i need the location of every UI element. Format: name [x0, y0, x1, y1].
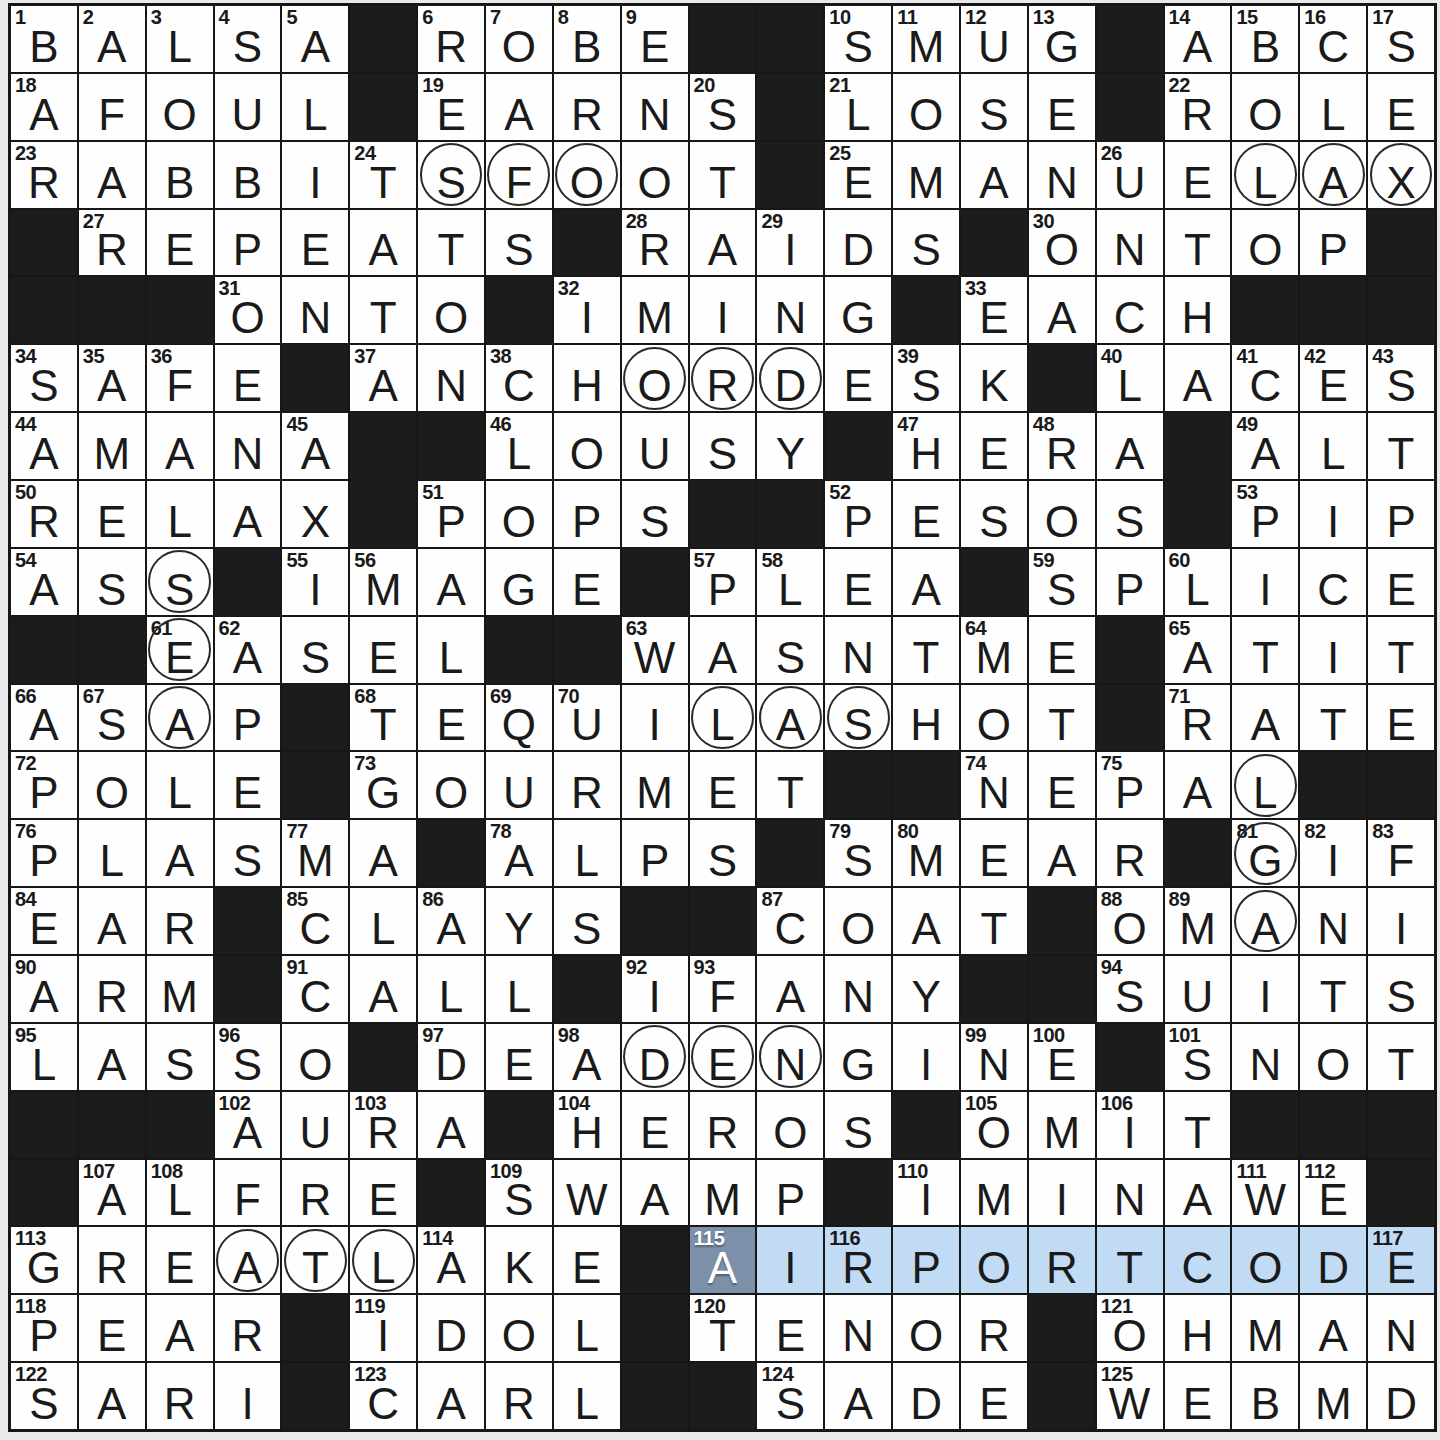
letter-cell[interactable]: G [825, 1024, 891, 1090]
letter-cell[interactable]: E [147, 1227, 213, 1293]
letter-cell[interactable]: 61E [147, 617, 213, 683]
letter-cell[interactable]: T [757, 752, 823, 818]
letter-cell[interactable]: L [554, 1295, 620, 1361]
letter-cell[interactable]: 111W [1232, 1160, 1298, 1226]
letter-cell[interactable]: A [486, 74, 552, 140]
letter-cell[interactable]: 4S [215, 6, 281, 72]
letter-cell[interactable]: A [690, 617, 756, 683]
letter-cell[interactable]: I [1232, 956, 1298, 1022]
letter-cell[interactable]: N [1097, 1160, 1163, 1226]
letter-cell[interactable]: 82I [1300, 820, 1366, 886]
letter-cell[interactable]: 19E [418, 74, 484, 140]
letter-cell[interactable]: 84E [11, 888, 77, 954]
letter-cell[interactable]: X [282, 481, 348, 547]
letter-cell[interactable]: 30O [1029, 210, 1095, 276]
letter-cell[interactable]: 95L [11, 1024, 77, 1090]
letter-cell[interactable]: E [690, 752, 756, 818]
letter-cell[interactable]: D [622, 1024, 688, 1090]
letter-cell[interactable]: 15B [1232, 6, 1298, 72]
letter-cell[interactable]: P [1368, 481, 1434, 547]
letter-cell[interactable]: L [1300, 74, 1366, 140]
letter-cell[interactable]: 88O [1097, 888, 1163, 954]
letter-cell[interactable]: A [1232, 888, 1298, 954]
letter-cell[interactable]: N [1368, 1295, 1434, 1361]
letter-cell[interactable]: U [282, 1092, 348, 1158]
letter-cell[interactable]: E [418, 685, 484, 751]
letter-cell[interactable]: Y [757, 413, 823, 479]
letter-cell[interactable]: O [961, 685, 1027, 751]
letter-cell[interactable]: C [1165, 1227, 1231, 1293]
letter-cell[interactable]: I [1300, 481, 1366, 547]
letter-cell[interactable]: O [961, 1227, 1027, 1293]
letter-cell[interactable]: U [622, 413, 688, 479]
letter-cell[interactable]: N [757, 1024, 823, 1090]
letter-cell[interactable]: T [418, 210, 484, 276]
letter-cell[interactable]: A [825, 1363, 891, 1429]
letter-cell[interactable]: 16C [1300, 6, 1366, 72]
letter-cell[interactable]: A [147, 1295, 213, 1361]
letter-cell[interactable]: 39S [893, 345, 959, 411]
letter-cell[interactable]: E [1029, 752, 1095, 818]
letter-cell[interactable]: 38C [486, 345, 552, 411]
letter-cell[interactable]: E [215, 345, 281, 411]
letter-cell[interactable]: 43S [1368, 345, 1434, 411]
letter-cell[interactable]: N [825, 956, 891, 1022]
letter-cell[interactable]: A [147, 685, 213, 751]
letter-cell[interactable]: S [486, 210, 552, 276]
letter-cell[interactable]: A [893, 549, 959, 615]
letter-cell[interactable]: 78A [486, 820, 552, 886]
letter-cell[interactable]: 48R [1029, 413, 1095, 479]
letter-cell[interactable]: 32I [554, 277, 620, 343]
letter-cell[interactable]: 25E [825, 142, 891, 208]
letter-cell[interactable]: E [825, 345, 891, 411]
letter-cell[interactable]: 65A [1165, 617, 1231, 683]
letter-cell[interactable]: 27R [79, 210, 145, 276]
letter-cell[interactable]: U [486, 752, 552, 818]
letter-cell[interactable]: N [825, 1295, 891, 1361]
letter-cell[interactable]: 13G [1029, 6, 1095, 72]
letter-cell[interactable]: L [1232, 752, 1298, 818]
letter-cell[interactable]: S [961, 74, 1027, 140]
letter-cell[interactable]: S [893, 210, 959, 276]
letter-cell[interactable]: M [1029, 1092, 1095, 1158]
letter-cell[interactable]: T [961, 888, 1027, 954]
letter-cell[interactable]: A [79, 888, 145, 954]
letter-cell[interactable]: A [79, 1024, 145, 1090]
letter-cell[interactable]: R [486, 1363, 552, 1429]
letter-cell[interactable]: 57P [690, 549, 756, 615]
letter-cell[interactable]: 47H [893, 413, 959, 479]
letter-cell[interactable]: 46L [486, 413, 552, 479]
letter-cell[interactable]: 97D [418, 1024, 484, 1090]
letter-cell[interactable]: 26U [1097, 142, 1163, 208]
letter-cell[interactable]: O [486, 1295, 552, 1361]
letter-cell[interactable]: O [1232, 1227, 1298, 1293]
letter-cell[interactable]: O [418, 277, 484, 343]
letter-cell[interactable]: A [418, 549, 484, 615]
letter-cell[interactable]: S [1368, 956, 1434, 1022]
letter-cell[interactable]: E [350, 617, 416, 683]
letter-cell[interactable]: C [1300, 549, 1366, 615]
letter-cell[interactable]: 29I [757, 210, 823, 276]
letter-cell[interactable]: O [418, 752, 484, 818]
letter-cell[interactable]: D [757, 345, 823, 411]
letter-cell[interactable]: E [1165, 142, 1231, 208]
letter-cell[interactable]: 122S [11, 1363, 77, 1429]
letter-cell[interactable]: 31O [215, 277, 281, 343]
letter-cell[interactable]: 54A [11, 549, 77, 615]
letter-cell[interactable]: S [147, 1024, 213, 1090]
letter-cell[interactable]: 124S [757, 1363, 823, 1429]
letter-cell[interactable]: 79S [825, 820, 891, 886]
letter-cell[interactable]: E [961, 820, 1027, 886]
letter-cell[interactable]: 73G [350, 752, 416, 818]
letter-cell[interactable]: E [1368, 549, 1434, 615]
letter-cell[interactable]: W [554, 1160, 620, 1226]
letter-cell[interactable]: N [1232, 1024, 1298, 1090]
letter-cell[interactable]: F [215, 1160, 281, 1226]
letter-cell[interactable]: T [893, 617, 959, 683]
letter-cell[interactable]: R [554, 74, 620, 140]
letter-cell[interactable]: E [1029, 74, 1095, 140]
letter-cell[interactable]: 64M [961, 617, 1027, 683]
letter-cell[interactable]: T [1300, 685, 1366, 751]
letter-cell[interactable]: O [1300, 1024, 1366, 1090]
letter-cell[interactable]: 24T [350, 142, 416, 208]
letter-cell[interactable]: 77M [282, 820, 348, 886]
letter-cell[interactable]: L [1232, 142, 1298, 208]
letter-cell[interactable]: 69Q [486, 685, 552, 751]
letter-cell[interactable]: H [1165, 1295, 1231, 1361]
letter-cell[interactable]: E [690, 1024, 756, 1090]
letter-cell[interactable]: S [690, 820, 756, 886]
letter-cell[interactable]: 63W [622, 617, 688, 683]
letter-cell[interactable]: D [893, 1363, 959, 1429]
letter-cell[interactable]: N [825, 617, 891, 683]
letter-cell[interactable]: H [554, 345, 620, 411]
letter-cell[interactable]: 104H [554, 1092, 620, 1158]
letter-cell[interactable]: 125W [1097, 1363, 1163, 1429]
letter-cell[interactable]: A [1300, 142, 1366, 208]
letter-cell[interactable]: P [757, 1160, 823, 1226]
letter-cell[interactable]: E [350, 1160, 416, 1226]
letter-cell[interactable]: O [147, 74, 213, 140]
letter-cell[interactable]: O [825, 888, 891, 954]
letter-cell[interactable]: 92I [622, 956, 688, 1022]
letter-cell[interactable]: M [79, 413, 145, 479]
letter-cell[interactable]: 120T [690, 1295, 756, 1361]
letter-cell[interactable]: A [215, 481, 281, 547]
letter-cell[interactable]: T [1165, 1092, 1231, 1158]
letter-cell[interactable]: 83F [1368, 820, 1434, 886]
letter-cell[interactable]: R [1029, 1227, 1095, 1293]
letter-cell[interactable]: 89M [1165, 888, 1231, 954]
letter-cell[interactable]: I [622, 685, 688, 751]
letter-cell[interactable]: A [1300, 1295, 1366, 1361]
letter-cell[interactable]: L [350, 888, 416, 954]
letter-cell[interactable]: O [79, 752, 145, 818]
letter-cell[interactable]: M [147, 956, 213, 1022]
letter-cell[interactable]: A [622, 1160, 688, 1226]
letter-cell[interactable]: C [1097, 277, 1163, 343]
letter-cell[interactable]: 45A [282, 413, 348, 479]
letter-cell[interactable]: R [690, 345, 756, 411]
letter-cell[interactable]: 106I [1097, 1092, 1163, 1158]
letter-cell[interactable]: 49A [1232, 413, 1298, 479]
letter-cell[interactable]: 33E [961, 277, 1027, 343]
letter-cell[interactable]: G [825, 277, 891, 343]
letter-cell[interactable]: L [79, 820, 145, 886]
letter-cell[interactable]: 66A [11, 685, 77, 751]
letter-cell[interactable]: A [215, 1227, 281, 1293]
letter-cell[interactable]: O [622, 345, 688, 411]
letter-cell[interactable]: 8B [554, 6, 620, 72]
letter-cell[interactable]: 110I [893, 1160, 959, 1226]
letter-cell[interactable]: T [1232, 617, 1298, 683]
letter-cell[interactable]: O [486, 481, 552, 547]
letter-cell[interactable]: P [554, 481, 620, 547]
letter-cell[interactable]: L [690, 685, 756, 751]
letter-cell[interactable]: M [622, 752, 688, 818]
letter-cell[interactable]: L [486, 956, 552, 1022]
letter-cell[interactable]: 96S [215, 1024, 281, 1090]
letter-cell[interactable]: 52P [825, 481, 891, 547]
letter-cell[interactable]: R [79, 956, 145, 1022]
letter-cell[interactable]: U [1165, 956, 1231, 1022]
letter-cell[interactable]: T [1300, 956, 1366, 1022]
letter-cell[interactable]: A [1165, 345, 1231, 411]
letter-cell[interactable]: R [554, 752, 620, 818]
letter-cell[interactable]: D [1300, 1227, 1366, 1293]
letter-cell[interactable]: E [282, 210, 348, 276]
letter-cell[interactable]: I [1300, 617, 1366, 683]
letter-cell[interactable]: 51P [418, 481, 484, 547]
letter-cell[interactable]: A [147, 413, 213, 479]
letter-cell[interactable]: N [622, 74, 688, 140]
letter-cell[interactable]: M [1232, 1295, 1298, 1361]
letter-cell[interactable]: 53P [1232, 481, 1298, 547]
letter-cell[interactable]: 17S [1368, 6, 1434, 72]
letter-cell[interactable]: X [1368, 142, 1434, 208]
letter-cell[interactable]: E [79, 481, 145, 547]
letter-cell[interactable]: I [215, 1363, 281, 1429]
letter-cell[interactable]: 121O [1097, 1295, 1163, 1361]
letter-cell[interactable]: 20S [690, 74, 756, 140]
letter-cell[interactable]: O [554, 142, 620, 208]
letter-cell[interactable]: E [1165, 1363, 1231, 1429]
letter-cell[interactable]: T [1368, 617, 1434, 683]
letter-cell[interactable]: L [147, 481, 213, 547]
letter-cell[interactable]: S [961, 481, 1027, 547]
letter-cell[interactable]: E [486, 1024, 552, 1090]
letter-cell[interactable]: S [757, 617, 823, 683]
letter-cell[interactable]: O [1232, 74, 1298, 140]
letter-cell[interactable]: 108L [147, 1160, 213, 1226]
letter-cell[interactable]: 99N [961, 1024, 1027, 1090]
letter-cell[interactable]: L [554, 820, 620, 886]
letter-cell[interactable]: 67S [79, 685, 145, 751]
letter-cell[interactable]: R [1097, 820, 1163, 886]
letter-cell[interactable]: P [215, 685, 281, 751]
letter-cell[interactable]: 118P [11, 1295, 77, 1361]
letter-cell[interactable]: 70U [554, 685, 620, 751]
letter-cell[interactable]: N [757, 277, 823, 343]
letter-cell[interactable]: D [1368, 1363, 1434, 1429]
letter-cell[interactable]: A [350, 820, 416, 886]
letter-cell[interactable]: 10S [825, 6, 891, 72]
letter-cell[interactable]: A [1029, 277, 1095, 343]
letter-cell[interactable]: 37A [350, 345, 416, 411]
letter-cell[interactable]: 68T [350, 685, 416, 751]
letter-cell[interactable]: 112E [1300, 1160, 1366, 1226]
letter-cell[interactable]: S [215, 820, 281, 886]
letter-cell[interactable]: E [757, 1295, 823, 1361]
letter-cell[interactable]: F [79, 74, 145, 140]
letter-cell[interactable]: T [1029, 685, 1095, 751]
letter-cell[interactable]: 60L [1165, 549, 1231, 615]
letter-cell[interactable]: G [486, 549, 552, 615]
letter-cell[interactable]: 75P [1097, 752, 1163, 818]
letter-cell[interactable]: 105O [961, 1092, 1027, 1158]
letter-cell[interactable]: I [893, 1024, 959, 1090]
letter-cell[interactable]: 14A [1165, 6, 1231, 72]
letter-cell[interactable]: 18A [11, 74, 77, 140]
letter-cell[interactable]: A [1165, 1160, 1231, 1226]
letter-cell[interactable]: 55I [282, 549, 348, 615]
letter-cell[interactable]: 6R [418, 6, 484, 72]
letter-cell[interactable]: E [1368, 685, 1434, 751]
letter-cell[interactable]: S [282, 617, 348, 683]
letter-cell[interactable]: A [79, 1363, 145, 1429]
letter-cell[interactable]: E [215, 752, 281, 818]
letter-cell[interactable]: A [961, 142, 1027, 208]
letter-cell[interactable]: B [147, 142, 213, 208]
letter-cell[interactable]: 35A [79, 345, 145, 411]
letter-cell[interactable]: P [893, 1227, 959, 1293]
letter-cell[interactable]: R [961, 1295, 1027, 1361]
letter-cell[interactable]: M [690, 1160, 756, 1226]
letter-cell[interactable]: E [554, 1227, 620, 1293]
letter-cell[interactable]: E [961, 413, 1027, 479]
letter-cell[interactable]: A [418, 1363, 484, 1429]
letter-cell[interactable]: 94S [1097, 956, 1163, 1022]
letter-cell[interactable]: A [757, 685, 823, 751]
letter-cell[interactable]: H [893, 685, 959, 751]
letter-cell[interactable]: A [690, 210, 756, 276]
letter-cell[interactable]: S [79, 549, 145, 615]
letter-cell[interactable]: 115A [690, 1227, 756, 1293]
letter-cell[interactable]: R [215, 1295, 281, 1361]
letter-cell[interactable]: M [961, 1160, 1027, 1226]
letter-cell[interactable]: 9E [622, 6, 688, 72]
letter-cell[interactable]: A [79, 142, 145, 208]
letter-cell[interactable]: 90A [11, 956, 77, 1022]
letter-cell[interactable]: O [757, 1092, 823, 1158]
letter-cell[interactable]: 117E [1368, 1227, 1434, 1293]
letter-cell[interactable]: E [961, 1363, 1027, 1429]
letter-cell[interactable]: 58L [757, 549, 823, 615]
letter-cell[interactable]: 116R [825, 1227, 891, 1293]
letter-cell[interactable]: 102A [215, 1092, 281, 1158]
letter-cell[interactable]: A [1029, 820, 1095, 886]
letter-cell[interactable]: D [825, 210, 891, 276]
letter-cell[interactable]: R [79, 1227, 145, 1293]
letter-cell[interactable]: A [893, 888, 959, 954]
letter-cell[interactable]: O [1029, 481, 1095, 547]
letter-cell[interactable]: L [350, 1227, 416, 1293]
letter-cell[interactable]: 76P [11, 820, 77, 886]
letter-cell[interactable]: E [1368, 74, 1434, 140]
letter-cell[interactable]: S [690, 413, 756, 479]
letter-cell[interactable]: 93F [690, 956, 756, 1022]
letter-cell[interactable]: A [757, 956, 823, 1022]
letter-cell[interactable]: K [486, 1227, 552, 1293]
letter-cell[interactable]: 101S [1165, 1024, 1231, 1090]
letter-cell[interactable]: E [554, 549, 620, 615]
letter-cell[interactable]: S [825, 685, 891, 751]
letter-cell[interactable]: 23R [11, 142, 77, 208]
letter-cell[interactable]: F [486, 142, 552, 208]
letter-cell[interactable]: 1B [11, 6, 77, 72]
letter-cell[interactable]: 2A [79, 6, 145, 72]
letter-cell[interactable]: S [554, 888, 620, 954]
letter-cell[interactable]: O [622, 142, 688, 208]
letter-cell[interactable]: 36F [147, 345, 213, 411]
letter-cell[interactable]: R [147, 1363, 213, 1429]
letter-cell[interactable]: A [147, 820, 213, 886]
letter-cell[interactable]: 103R [350, 1092, 416, 1158]
letter-cell[interactable]: A [350, 956, 416, 1022]
letter-cell[interactable]: B [215, 142, 281, 208]
letter-cell[interactable]: N [1300, 888, 1366, 954]
letter-cell[interactable]: 59S [1029, 549, 1095, 615]
letter-cell[interactable]: E [1029, 617, 1095, 683]
letter-cell[interactable]: P [1097, 549, 1163, 615]
letter-cell[interactable]: S [622, 481, 688, 547]
letter-cell[interactable]: P [215, 210, 281, 276]
letter-cell[interactable]: A [1165, 752, 1231, 818]
letter-cell[interactable]: 113G [11, 1227, 77, 1293]
letter-cell[interactable]: A [350, 210, 416, 276]
letter-cell[interactable]: L [1300, 413, 1366, 479]
letter-cell[interactable]: L [554, 1363, 620, 1429]
letter-cell[interactable]: M [1300, 1363, 1366, 1429]
letter-cell[interactable]: 123C [350, 1363, 416, 1429]
letter-cell[interactable]: N [1097, 210, 1163, 276]
letter-cell[interactable]: T [1097, 1227, 1163, 1293]
letter-cell[interactable]: 87C [757, 888, 823, 954]
letter-cell[interactable]: L [282, 74, 348, 140]
letter-cell[interactable]: O [554, 413, 620, 479]
letter-cell[interactable]: T [350, 277, 416, 343]
letter-cell[interactable]: 5A [282, 6, 348, 72]
letter-cell[interactable]: E [893, 481, 959, 547]
letter-cell[interactable]: S [147, 549, 213, 615]
letter-cell[interactable]: L [418, 956, 484, 1022]
letter-cell[interactable]: P [1300, 210, 1366, 276]
letter-cell[interactable]: 72P [11, 752, 77, 818]
letter-cell[interactable]: 80M [893, 820, 959, 886]
letter-cell[interactable]: N [282, 277, 348, 343]
letter-cell[interactable]: N [418, 345, 484, 411]
letter-cell[interactable]: 7O [486, 6, 552, 72]
letter-cell[interactable]: 34S [11, 345, 77, 411]
letter-cell[interactable]: 44A [11, 413, 77, 479]
letter-cell[interactable]: O [893, 1295, 959, 1361]
letter-cell[interactable]: 81G [1232, 820, 1298, 886]
letter-cell[interactable]: S [825, 1092, 891, 1158]
